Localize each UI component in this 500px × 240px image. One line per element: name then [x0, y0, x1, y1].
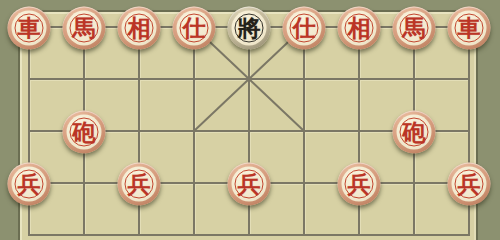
piece-chariot-red[interactable]: 車 — [448, 7, 491, 50]
piece-character: 相 — [118, 7, 161, 50]
piece-soldier-red[interactable]: 兵 — [448, 163, 491, 206]
board-cell[interactable] — [195, 80, 250, 132]
piece-character: 相 — [338, 7, 381, 50]
piece-chariot-red[interactable]: 車 — [8, 7, 51, 50]
piece-character: 馬 — [393, 7, 436, 50]
piece-elephant-red[interactable]: 相 — [338, 7, 381, 50]
piece-cannon-red[interactable]: 砲 — [63, 111, 106, 154]
piece-advisor-red[interactable]: 仕 — [173, 7, 216, 50]
piece-character: 兵 — [118, 163, 161, 206]
xiangqi-board-screenshot: 車馬相仕將仕相馬車砲砲兵兵兵兵兵 — [0, 0, 500, 240]
board-cell[interactable] — [305, 80, 360, 132]
piece-soldier-red[interactable]: 兵 — [228, 163, 271, 206]
piece-character: 兵 — [228, 163, 271, 206]
piece-general-black[interactable]: 將 — [228, 7, 271, 50]
piece-character: 兵 — [8, 163, 51, 206]
piece-soldier-red[interactable]: 兵 — [338, 163, 381, 206]
piece-elephant-red[interactable]: 相 — [118, 7, 161, 50]
piece-advisor-red[interactable]: 仕 — [283, 7, 326, 50]
piece-character: 仕 — [283, 7, 326, 50]
piece-cannon-red[interactable]: 砲 — [393, 111, 436, 154]
piece-character: 將 — [228, 7, 271, 50]
piece-character: 仕 — [173, 7, 216, 50]
piece-character: 兵 — [338, 163, 381, 206]
piece-character: 兵 — [448, 163, 491, 206]
piece-horse-red[interactable]: 馬 — [63, 7, 106, 50]
piece-soldier-red[interactable]: 兵 — [118, 163, 161, 206]
piece-character: 車 — [448, 7, 491, 50]
piece-character: 車 — [8, 7, 51, 50]
board-cell[interactable] — [140, 80, 195, 132]
piece-soldier-red[interactable]: 兵 — [8, 163, 51, 206]
piece-character: 馬 — [63, 7, 106, 50]
board-cell[interactable] — [250, 80, 305, 132]
piece-horse-red[interactable]: 馬 — [393, 7, 436, 50]
piece-character: 砲 — [393, 111, 436, 154]
piece-character: 砲 — [63, 111, 106, 154]
